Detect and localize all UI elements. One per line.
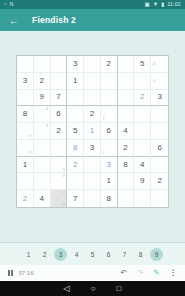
cell-r3c2[interactable]: 9 (34, 90, 51, 107)
cell-r2c5[interactable] (84, 73, 101, 90)
user-digit: 8 (73, 144, 77, 152)
cell-r6c1[interactable]: 9 (17, 140, 34, 157)
cell-r8c2[interactable] (34, 173, 51, 190)
game-timer: 07:16 (19, 270, 34, 276)
cell-r9c9[interactable] (151, 190, 168, 207)
given-digit: 4 (123, 127, 127, 135)
numpad-key-5[interactable]: 5 (86, 248, 99, 261)
cell-r1c7[interactable] (118, 56, 135, 73)
cell-r9c3[interactable]: 39 (51, 190, 68, 207)
cell-r1c2[interactable] (34, 56, 51, 73)
cell-r8c9[interactable]: 2 (151, 173, 168, 190)
given-digit: 8 (23, 110, 27, 118)
cell-r5c8[interactable] (134, 123, 151, 140)
given-digit: 6 (107, 127, 111, 135)
cell-r5c4[interactable]: 5 (67, 123, 84, 140)
nav-home-icon[interactable]: ○ (91, 285, 96, 293)
cell-r2c9[interactable]: 4 (151, 73, 168, 90)
cell-r1c8[interactable]: 5 (134, 56, 151, 73)
cell-r1c3[interactable] (51, 56, 68, 73)
sudoku-board: 3254321497238362793251649837261923843192… (16, 55, 169, 208)
pause-button-icon[interactable] (8, 270, 13, 276)
pencil-note: 4 (151, 61, 157, 66)
given-digit: 3 (73, 60, 77, 68)
cell-r4c1[interactable]: 8 (17, 106, 34, 123)
cell-r3c9[interactable]: 3 (151, 90, 168, 107)
numpad-key-6[interactable]: 6 (102, 248, 115, 261)
pencil-note: 4 (151, 78, 157, 83)
cell-r3c4[interactable] (67, 90, 84, 107)
cell-r6c2[interactable] (34, 140, 51, 157)
cell-r1c4[interactable]: 3 (67, 56, 84, 73)
nav-back-icon[interactable]: ◁ (64, 285, 70, 293)
cell-r3c1[interactable] (17, 90, 34, 107)
cell-r9c7[interactable] (118, 190, 135, 207)
cell-r7c6[interactable]: 3 (101, 157, 118, 174)
pencil-note: 9 (27, 150, 32, 155)
given-digit: 4 (140, 161, 144, 169)
page-title: Fiendish 2 (32, 15, 76, 25)
given-digit: 2 (39, 77, 43, 85)
cell-r5c5[interactable]: 1 (84, 123, 101, 140)
pencil-note: 3 (61, 173, 66, 178)
cell-r6c5[interactable]: 3 (84, 140, 101, 157)
cell-r3c8[interactable]: 2 (134, 90, 151, 107)
given-digit: 5 (73, 127, 77, 135)
given-digit: 7 (73, 195, 77, 203)
cell-r4c2[interactable]: 3 (34, 106, 51, 123)
screenshot-icon: ▣ (144, 0, 149, 9)
back-arrow-icon[interactable]: ← (9, 15, 19, 26)
cell-r8c4[interactable] (67, 173, 84, 190)
pencil-note: 3 (44, 123, 49, 128)
android-nav-bar: ◁ ○ □ (0, 281, 185, 296)
given-digit: 2 (90, 110, 94, 118)
cell-r9c8[interactable] (134, 190, 151, 207)
given-digit: 2 (107, 60, 111, 68)
user-digit: 3 (107, 161, 111, 169)
notification-icon-n: N (9, 0, 13, 9)
cell-r5c1[interactable]: 9 (17, 123, 34, 140)
cell-r6c6[interactable]: 7 (101, 140, 118, 157)
bottom-toolbar: 07:16 ↶ ↷ ✎ ⋮ (0, 265, 185, 281)
cell-r9c1[interactable]: 2 (17, 190, 34, 207)
cell-r8c5[interactable] (84, 173, 101, 190)
cell-r5c6[interactable]: 6 (101, 123, 118, 140)
numpad-key-1[interactable]: 1 (22, 248, 35, 261)
cell-r3c5[interactable] (84, 90, 101, 107)
cell-r1c5[interactable] (84, 56, 101, 73)
pencil-note: 9 (61, 167, 66, 172)
app-bar: ← Fiendish 2 (0, 9, 185, 31)
given-digit: 8 (123, 161, 127, 169)
cell-r5c9[interactable] (151, 123, 168, 140)
wifi-icon: ▼ (153, 0, 158, 9)
undo-icon[interactable]: ↶ (121, 269, 127, 277)
cell-r7c5[interactable] (84, 157, 101, 174)
given-digit: 2 (123, 144, 127, 152)
given-digit: 3 (90, 144, 94, 152)
cell-r4c4[interactable] (67, 106, 84, 123)
cell-r5c7[interactable]: 4 (118, 123, 135, 140)
pencil-note: 3 (61, 190, 66, 196)
given-digit: 6 (157, 144, 161, 152)
cell-r7c3[interactable]: 9 (51, 157, 68, 174)
cell-r2c8[interactable] (134, 73, 151, 90)
user-digit: 2 (73, 161, 77, 169)
cell-r3c3[interactable]: 7 (51, 90, 68, 107)
cell-r6c7[interactable]: 2 (118, 140, 135, 157)
cell-r8c7[interactable] (118, 173, 135, 190)
cell-r4c3[interactable]: 6 (51, 106, 68, 123)
cell-r4c6[interactable]: 7 (101, 106, 118, 123)
pencil-note: 3 (44, 106, 49, 111)
cell-r3c6[interactable] (101, 90, 118, 107)
cell-r2c6[interactable] (101, 73, 118, 90)
numpad-key-7[interactable]: 7 (118, 248, 131, 261)
cell-r6c8[interactable] (134, 140, 151, 157)
cell-r6c9[interactable]: 6 (151, 140, 168, 157)
battery-icon: ▮ (161, 0, 164, 9)
board-area: 3254321497238362793251649837261923843192… (0, 31, 185, 242)
given-digit: 1 (73, 77, 77, 85)
cell-r4c8[interactable] (134, 106, 151, 123)
given-digit: 2 (56, 127, 60, 135)
given-digit: 9 (140, 177, 144, 185)
cell-r7c4[interactable]: 2 (67, 157, 84, 174)
number-pad: 123456789 (0, 242, 185, 265)
cell-r2c1[interactable]: 3 (17, 73, 34, 90)
status-bar: ▫ N ▣ ▼ ▮ 11:02 (0, 0, 185, 9)
pencil-note: 7 (101, 150, 106, 155)
given-digit: 3 (157, 93, 161, 101)
cell-r1c9[interactable]: 4 (151, 56, 168, 73)
given-digit: 1 (23, 161, 27, 169)
user-digit: 2 (23, 195, 27, 203)
cell-r2c4[interactable]: 1 (67, 73, 84, 90)
notification-icon-square: ▫ (5, 0, 7, 9)
pencil-mode-icon[interactable]: ✎ (153, 269, 159, 277)
cell-r7c7[interactable]: 8 (118, 157, 135, 174)
cell-r9c6[interactable]: 8 (101, 190, 118, 207)
given-digit: 8 (107, 195, 111, 203)
pencil-note: 9 (61, 201, 66, 207)
cell-r2c2[interactable]: 2 (34, 73, 51, 90)
pencil-note: 9 (27, 134, 32, 139)
user-digit: 1 (90, 127, 94, 135)
given-digit: 9 (39, 93, 43, 101)
numpad-key-4[interactable]: 4 (70, 248, 83, 261)
cell-r8c1[interactable] (17, 173, 34, 190)
given-digit: 6 (56, 110, 60, 118)
cell-r8c6[interactable]: 1 (101, 173, 118, 190)
redo-icon: ↷ (137, 269, 143, 277)
cell-r4c5[interactable]: 2 (84, 106, 101, 123)
cell-r7c8[interactable]: 4 (134, 157, 151, 174)
cell-r2c7[interactable] (118, 73, 135, 90)
given-digit: 5 (140, 60, 144, 68)
given-digit: 4 (39, 195, 43, 203)
cell-r6c4[interactable]: 8 (67, 140, 84, 157)
nav-recents-icon[interactable]: □ (117, 285, 122, 293)
cell-r4c9[interactable] (151, 106, 168, 123)
cell-r7c1[interactable]: 1 (17, 157, 34, 174)
cell-r8c3[interactable]: 3 (51, 173, 68, 190)
cell-r1c6[interactable]: 2 (101, 56, 118, 73)
given-digit: 7 (56, 93, 60, 101)
cell-r9c4[interactable]: 7 (67, 190, 84, 207)
given-digit: 3 (23, 77, 27, 85)
given-digit: 2 (157, 177, 161, 185)
cell-r5c2[interactable]: 3 (34, 123, 51, 140)
cell-r9c2[interactable]: 4 (34, 190, 51, 207)
cell-r8c8[interactable]: 9 (134, 173, 151, 190)
cell-r4c7[interactable] (118, 106, 135, 123)
cell-r7c9[interactable] (151, 157, 168, 174)
cell-r2c3[interactable] (51, 73, 68, 90)
numpad-key-3[interactable]: 3 (54, 248, 67, 261)
cell-r7c2[interactable] (34, 157, 51, 174)
cell-r1c1[interactable] (17, 56, 34, 73)
cell-r3c7[interactable] (118, 90, 135, 107)
pencil-note: 7 (101, 117, 106, 122)
numpad-key-9[interactable]: 9 (150, 248, 163, 261)
numpad-key-2[interactable]: 2 (38, 248, 51, 261)
numpad-key-8[interactable]: 8 (134, 248, 147, 261)
user-digit: 2 (140, 93, 144, 101)
cell-r9c5[interactable] (84, 190, 101, 207)
overflow-menu-icon[interactable]: ⋮ (170, 269, 178, 277)
given-digit: 1 (107, 177, 111, 185)
cell-r6c3[interactable] (51, 140, 68, 157)
cell-r5c3[interactable]: 2 (51, 123, 68, 140)
status-time: 11:02 (167, 0, 180, 9)
app-screen: ▫ N ▣ ▼ ▮ 11:02 ← Fiendish 2 32543214972… (0, 0, 185, 296)
